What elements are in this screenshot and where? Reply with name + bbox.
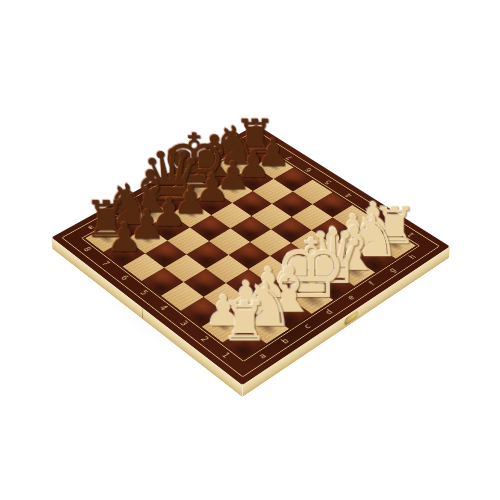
rank-label-4: 4 (153, 301, 174, 315)
board-face: 88hh77gg66ff55ee44dd33cc22bb11aa ♜♞♝♛♚♝♞… (51, 125, 450, 386)
piece-shadow (245, 172, 263, 183)
dark-pawn-glyph: ♟ (151, 192, 186, 232)
piece-shadow (222, 158, 247, 173)
square-f6[interactable] (232, 191, 272, 216)
rank-label-far-7: 7 (280, 152, 299, 163)
square-g7[interactable] (234, 166, 273, 190)
square-c7[interactable] (149, 214, 190, 240)
fold-seam (142, 307, 143, 319)
rank-label-8: 8 (77, 243, 97, 256)
square-e6[interactable] (211, 203, 251, 229)
file-label-far-c: c (126, 197, 145, 209)
piece-shadow (201, 169, 227, 186)
piece-shadow (244, 148, 266, 161)
file-label-far-h: h (231, 139, 249, 150)
square-d6[interactable] (189, 215, 230, 241)
rank-label-far-5: 5 (319, 176, 338, 188)
product-photo-canvas: 88hh77gg66ff55ee44dd33cc22bb11aa ♜♞♝♛♚♝♞… (0, 0, 500, 500)
file-label-far-g: g (210, 151, 228, 162)
square-e7[interactable] (192, 190, 232, 215)
file-label-c: c (297, 319, 318, 334)
square-g6[interactable] (253, 179, 293, 204)
dark-queen-glyph: ♛ (141, 140, 204, 210)
file-label-g: g (382, 263, 402, 276)
dark-king-glyph: ♚ (160, 124, 227, 199)
file-label-far-a: a (81, 221, 101, 234)
square-f7[interactable] (213, 178, 253, 203)
dark-rook-glyph: ♜ (234, 114, 276, 161)
square-d7[interactable] (171, 202, 211, 228)
chessboard: 88hh77gg66ff55ee44dd33cc22bb11aa ♜♞♝♛♚♝♞… (51, 125, 450, 386)
file-label-far-f: f (190, 162, 209, 173)
piece-shadow (203, 196, 221, 207)
rank-label-far-4: 4 (339, 189, 358, 201)
dark-pawn-glyph: ♟ (173, 180, 208, 219)
file-label-a: a (251, 349, 273, 364)
chess-set-scene: 88hh77gg66ff55ee44dd33cc22bb11aa ♜♞♝♛♚♝♞… (0, 0, 500, 500)
dark-pawn-glyph: ♟ (106, 217, 142, 257)
file-label-far-d: d (148, 185, 167, 197)
light-rook-glyph: ♜ (220, 296, 268, 350)
dark-pawn-glyph: ♟ (195, 168, 230, 207)
file-label-far-e: e (169, 173, 188, 185)
piece-shadow (160, 221, 178, 233)
piece-shadow (224, 184, 242, 195)
rank-label-7: 7 (96, 257, 116, 270)
piece-shadow (265, 161, 282, 172)
rank-label-far-6: 6 (299, 164, 318, 175)
square-e5[interactable] (230, 216, 271, 242)
rank-label-far-8: 8 (262, 140, 280, 151)
piece-shadow (182, 208, 200, 220)
rank-label-6: 6 (114, 271, 134, 285)
dark-pawn-glyph: ♟ (257, 134, 291, 172)
dark-pawn-glyph: ♟ (236, 145, 270, 183)
dark-pawn-glyph: ♟ (216, 156, 250, 194)
